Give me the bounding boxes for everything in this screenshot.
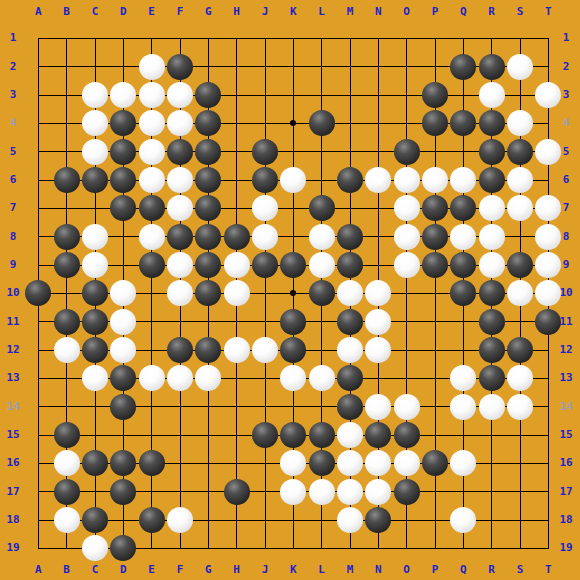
coordinate-label: J [255,5,275,19]
black-stone[interactable] [110,479,136,505]
coordinate-label: K [283,5,303,19]
black-stone[interactable] [479,139,505,165]
coordinate-label: G [198,5,218,19]
black-stone[interactable] [54,309,80,335]
coordinate-label: Q [453,563,473,577]
black-stone[interactable] [280,337,306,363]
black-stone[interactable] [507,337,533,363]
coordinate-label: S [510,563,530,577]
coordinate-label: A [28,5,48,19]
coordinate-label: B [57,5,77,19]
white-stone[interactable] [450,394,476,420]
white-stone[interactable] [167,167,193,193]
white-stone[interactable] [280,479,306,505]
black-stone[interactable] [252,422,278,448]
black-stone[interactable] [280,309,306,335]
white-stone[interactable] [167,507,193,533]
coordinate-label: 15 [556,428,576,442]
coordinate-label: 17 [3,485,23,499]
white-stone[interactable] [394,224,420,250]
white-stone[interactable] [167,110,193,136]
white-stone[interactable] [365,479,391,505]
coordinate-label: C [85,5,105,19]
black-stone[interactable] [139,507,165,533]
white-stone[interactable] [110,337,136,363]
white-stone[interactable] [224,252,250,278]
black-stone[interactable] [535,309,561,335]
black-stone[interactable] [507,252,533,278]
black-stone[interactable] [195,280,221,306]
white-stone[interactable] [110,309,136,335]
black-stone[interactable] [54,479,80,505]
black-stone[interactable] [110,167,136,193]
white-stone[interactable] [394,450,420,476]
white-stone[interactable] [139,54,165,80]
coordinate-label: 9 [3,258,23,272]
coordinate-label: B [57,563,77,577]
black-stone[interactable] [479,337,505,363]
black-stone[interactable] [54,252,80,278]
coordinate-label: F [170,5,190,19]
black-stone[interactable] [195,82,221,108]
coordinate-label: Q [453,5,473,19]
black-stone[interactable] [195,139,221,165]
black-stone[interactable] [167,224,193,250]
black-stone[interactable] [82,450,108,476]
black-stone[interactable] [110,139,136,165]
black-stone[interactable] [54,167,80,193]
black-stone[interactable] [479,167,505,193]
black-stone[interactable] [422,82,448,108]
black-stone[interactable] [195,167,221,193]
black-stone[interactable] [309,110,335,136]
black-stone[interactable] [479,54,505,80]
coordinate-label: O [397,563,417,577]
black-stone[interactable] [365,422,391,448]
white-stone[interactable] [479,195,505,221]
white-stone[interactable] [54,507,80,533]
black-stone[interactable] [82,337,108,363]
white-stone[interactable] [394,394,420,420]
black-stone[interactable] [422,195,448,221]
white-stone[interactable] [110,82,136,108]
white-stone[interactable] [82,224,108,250]
black-stone[interactable] [450,195,476,221]
black-stone[interactable] [110,365,136,391]
white-stone[interactable] [365,280,391,306]
black-stone[interactable] [224,479,250,505]
white-stone[interactable] [450,450,476,476]
coordinate-label: M [340,5,360,19]
black-stone[interactable] [479,110,505,136]
white-stone[interactable] [394,167,420,193]
coordinate-label: 4 [3,116,23,130]
white-stone[interactable] [479,82,505,108]
white-stone[interactable] [309,224,335,250]
black-stone[interactable] [167,54,193,80]
black-stone[interactable] [365,507,391,533]
coordinate-label: D [113,563,133,577]
coordinate-label: R [482,563,502,577]
coordinate-label: T [538,563,558,577]
black-stone[interactable] [252,139,278,165]
coordinate-label: 17 [556,485,576,499]
white-stone[interactable] [337,422,363,448]
coordinate-label: F [170,563,190,577]
coordinate-label: 2 [556,60,576,74]
coordinate-label: 16 [3,456,23,470]
white-stone[interactable] [507,54,533,80]
white-stone[interactable] [54,450,80,476]
white-stone[interactable] [507,280,533,306]
white-stone[interactable] [252,224,278,250]
white-stone[interactable] [82,82,108,108]
white-stone[interactable] [167,82,193,108]
white-stone[interactable] [535,195,561,221]
coordinate-label: E [142,563,162,577]
black-stone[interactable] [450,54,476,80]
coordinate-label: L [312,5,332,19]
black-stone[interactable] [309,280,335,306]
white-stone[interactable] [337,280,363,306]
white-stone[interactable] [507,394,533,420]
coordinate-label: 6 [3,173,23,187]
black-stone[interactable] [167,337,193,363]
white-stone[interactable] [507,110,533,136]
black-stone[interactable] [110,110,136,136]
white-stone[interactable] [167,365,193,391]
black-stone[interactable] [195,110,221,136]
black-stone[interactable] [337,167,363,193]
white-stone[interactable] [394,252,420,278]
black-stone[interactable] [110,394,136,420]
coordinate-label: R [482,5,502,19]
coordinate-label: D [113,5,133,19]
black-stone[interactable] [195,337,221,363]
black-stone[interactable] [479,280,505,306]
coordinate-label: 12 [3,343,23,357]
white-stone[interactable] [139,110,165,136]
black-stone[interactable] [82,280,108,306]
white-stone[interactable] [252,195,278,221]
coordinate-label: 7 [3,201,23,215]
black-stone[interactable] [195,252,221,278]
black-stone[interactable] [309,422,335,448]
white-stone[interactable] [365,167,391,193]
white-stone[interactable] [82,139,108,165]
black-stone[interactable] [337,394,363,420]
white-stone[interactable] [280,167,306,193]
black-stone[interactable] [479,365,505,391]
white-stone[interactable] [450,167,476,193]
black-stone[interactable] [54,224,80,250]
white-stone[interactable] [507,365,533,391]
black-stone[interactable] [450,252,476,278]
black-stone[interactable] [394,139,420,165]
white-stone[interactable] [139,167,165,193]
white-stone[interactable] [535,252,561,278]
white-stone[interactable] [195,365,221,391]
coordinate-label: 10 [3,286,23,300]
coordinate-label: 13 [3,371,23,385]
white-stone[interactable] [54,337,80,363]
white-stone[interactable] [365,394,391,420]
coordinate-label: H [227,5,247,19]
coordinate-label: C [85,563,105,577]
white-stone[interactable] [365,337,391,363]
coordinate-label: 2 [3,60,23,74]
white-stone[interactable] [535,139,561,165]
coordinate-label: 4 [556,116,576,130]
white-stone[interactable] [394,195,420,221]
white-stone[interactable] [422,167,448,193]
white-stone[interactable] [139,365,165,391]
black-stone[interactable] [252,252,278,278]
coordinate-label: A [28,563,48,577]
black-stone[interactable] [450,110,476,136]
black-stone[interactable] [337,309,363,335]
star-point [290,290,296,296]
white-stone[interactable] [167,252,193,278]
white-stone[interactable] [507,167,533,193]
coordinate-label: 14 [556,400,576,414]
black-stone[interactable] [110,450,136,476]
white-stone[interactable] [252,337,278,363]
coordinate-label: 16 [556,456,576,470]
white-stone[interactable] [337,479,363,505]
white-stone[interactable] [309,252,335,278]
coordinate-label: 12 [556,343,576,357]
coordinate-label: 13 [556,371,576,385]
coordinate-label: P [425,563,445,577]
black-stone[interactable] [252,167,278,193]
black-stone[interactable] [110,535,136,561]
go-board-page: ABCDEFGHJKLMNOPQRST ABCDEFGHJKLMNOPQRST … [0,0,580,580]
coordinate-label: J [255,563,275,577]
black-stone[interactable] [309,195,335,221]
coordinate-label: 19 [556,541,576,555]
white-stone[interactable] [479,394,505,420]
coordinate-label: N [368,563,388,577]
white-stone[interactable] [139,82,165,108]
coordinate-label: 8 [3,230,23,244]
white-stone[interactable] [309,479,335,505]
white-stone[interactable] [450,507,476,533]
black-stone[interactable] [82,507,108,533]
coordinate-label: 19 [3,541,23,555]
coordinate-label: E [142,5,162,19]
coordinate-label: G [198,563,218,577]
coordinate-label: K [283,563,303,577]
white-stone[interactable] [82,535,108,561]
white-stone[interactable] [535,280,561,306]
black-stone[interactable] [337,224,363,250]
black-stone[interactable] [394,479,420,505]
star-point [290,120,296,126]
white-stone[interactable] [82,252,108,278]
black-stone[interactable] [195,195,221,221]
coordinate-label: M [340,563,360,577]
white-stone[interactable] [479,252,505,278]
white-stone[interactable] [535,82,561,108]
white-stone[interactable] [224,280,250,306]
coordinate-label: S [510,5,530,19]
white-stone[interactable] [365,450,391,476]
coordinate-label: H [227,563,247,577]
coordinate-label: P [425,5,445,19]
black-stone[interactable] [224,224,250,250]
white-stone[interactable] [450,365,476,391]
black-stone[interactable] [309,450,335,476]
coordinate-label: T [538,5,558,19]
black-stone[interactable] [450,280,476,306]
white-stone[interactable] [82,365,108,391]
coordinate-label: 14 [3,400,23,414]
coordinate-label: 1 [556,31,576,45]
white-stone[interactable] [224,337,250,363]
coordinate-label: 15 [3,428,23,442]
coordinate-label: 6 [556,173,576,187]
black-stone[interactable] [167,139,193,165]
white-stone[interactable] [337,337,363,363]
coordinate-label: 1 [3,31,23,45]
white-stone[interactable] [139,139,165,165]
black-stone[interactable] [422,224,448,250]
white-stone[interactable] [365,309,391,335]
coordinate-label: 18 [556,513,576,527]
coordinate-label: N [368,5,388,19]
black-stone[interactable] [195,224,221,250]
white-stone[interactable] [167,195,193,221]
white-stone[interactable] [507,195,533,221]
black-stone[interactable] [280,252,306,278]
white-stone[interactable] [110,280,136,306]
black-stone[interactable] [422,450,448,476]
white-stone[interactable] [337,450,363,476]
white-stone[interactable] [280,365,306,391]
black-stone[interactable] [280,422,306,448]
white-stone[interactable] [309,365,335,391]
white-stone[interactable] [450,224,476,250]
black-stone[interactable] [422,110,448,136]
coordinate-label: L [312,563,332,577]
black-stone[interactable] [394,422,420,448]
coordinate-label: 11 [3,315,23,329]
white-stone[interactable] [139,224,165,250]
white-stone[interactable] [337,507,363,533]
black-stone[interactable] [139,195,165,221]
black-stone[interactable] [139,450,165,476]
black-stone[interactable] [507,139,533,165]
white-stone[interactable] [280,450,306,476]
black-stone[interactable] [479,309,505,335]
black-stone[interactable] [82,309,108,335]
white-stone[interactable] [167,280,193,306]
coordinate-label: 5 [3,145,23,159]
black-stone[interactable] [110,195,136,221]
white-stone[interactable] [82,110,108,136]
black-stone[interactable] [337,252,363,278]
black-stone[interactable] [54,422,80,448]
coordinate-label: 3 [3,88,23,102]
white-stone[interactable] [479,224,505,250]
black-stone[interactable] [422,252,448,278]
white-stone[interactable] [535,224,561,250]
coordinate-label: O [397,5,417,19]
black-stone[interactable] [82,167,108,193]
black-stone[interactable] [337,365,363,391]
coordinate-label: 18 [3,513,23,527]
black-stone[interactable] [25,280,51,306]
black-stone[interactable] [139,252,165,278]
